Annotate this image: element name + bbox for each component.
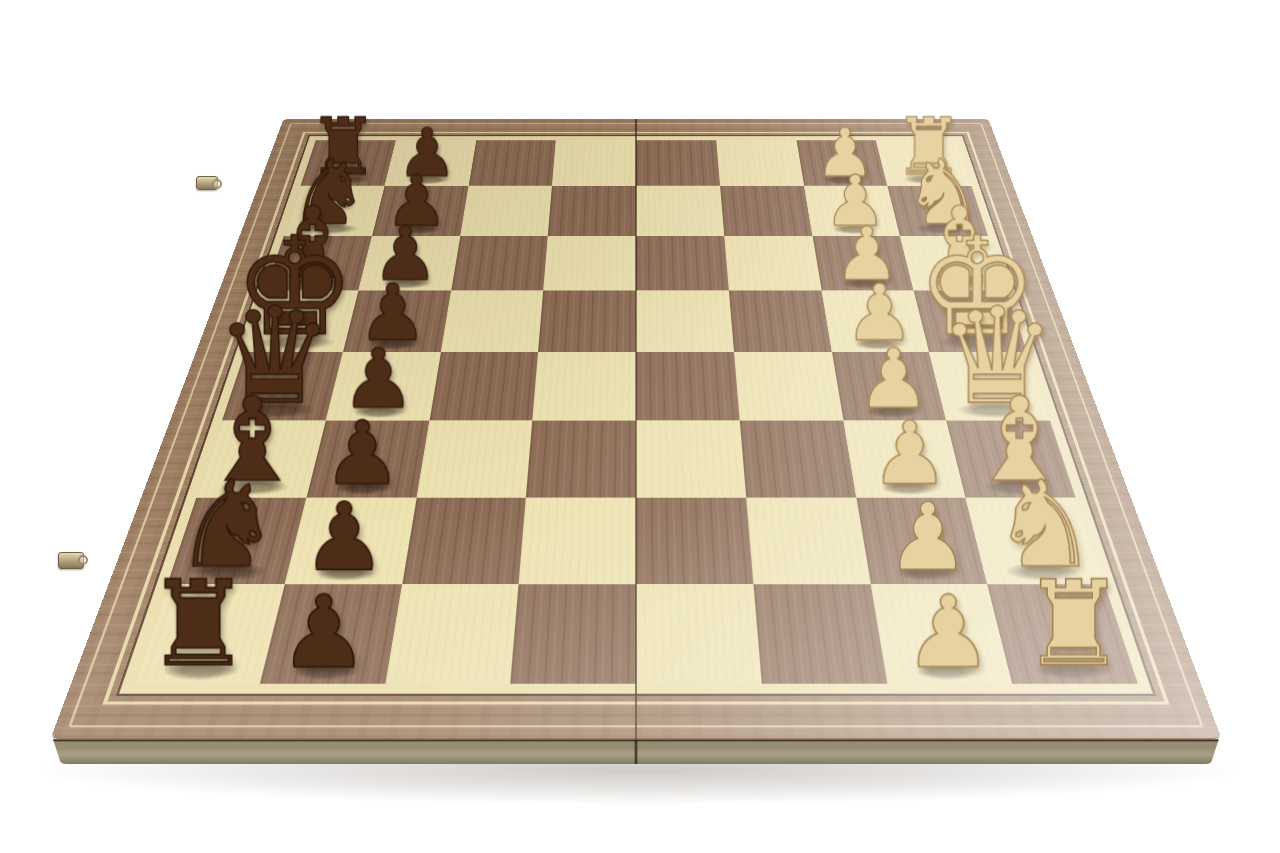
latch-hardware-top xyxy=(196,176,218,190)
square-f3[interactable] xyxy=(724,236,821,291)
square-f6[interactable] xyxy=(451,236,548,291)
square-h6[interactable] xyxy=(468,140,556,185)
square-g4[interactable] xyxy=(636,186,724,236)
square-e3[interactable] xyxy=(729,291,832,352)
white-pawn-c2[interactable]: ♟ xyxy=(871,414,949,494)
latch-hardware-bottom xyxy=(58,552,84,569)
square-d4[interactable] xyxy=(636,352,739,420)
square-g5[interactable] xyxy=(548,186,636,236)
square-a3[interactable] xyxy=(753,584,887,683)
square-d5[interactable] xyxy=(533,352,636,420)
square-b3[interactable] xyxy=(746,497,870,584)
playing-field: ♜♟♟♜♞♟♟♞♝♟♟♝♚♟♟♚♛♟♟♛♝♟♟♝♞♟♟♞♜♟♟♜ xyxy=(116,135,1156,695)
white-rook-a1[interactable]: ♜ xyxy=(1021,571,1127,679)
square-a8[interactable]: ♜ xyxy=(134,584,284,683)
square-e4[interactable] xyxy=(636,291,734,352)
square-b7[interactable]: ♟ xyxy=(284,497,416,584)
black-pawn-a7[interactable]: ♟ xyxy=(278,588,368,680)
square-d6[interactable] xyxy=(429,352,538,420)
square-c5[interactable] xyxy=(526,420,636,497)
square-b4[interactable] xyxy=(636,497,753,584)
square-e6[interactable] xyxy=(441,291,544,352)
scene-background: ♜♟♟♜♞♟♟♞♝♟♟♝♚♟♟♚♛♟♟♛♝♟♟♝♞♟♟♞♜♟♟♜ xyxy=(0,0,1280,853)
chess-board: ♜♟♟♜♞♟♟♞♝♟♟♝♚♟♟♚♛♟♟♛♝♟♟♝♞♟♟♞♜♟♟♜ xyxy=(50,119,1221,739)
playing-grid: ♜♟♟♜♞♟♟♞♝♟♟♝♚♟♟♚♛♟♟♛♝♟♟♝♞♟♟♞♜♟♟♜ xyxy=(134,140,1138,684)
square-a7[interactable]: ♟ xyxy=(260,584,402,683)
board-frame: ♜♟♟♜♞♟♟♞♝♟♟♝♚♟♟♚♛♟♟♛♝♟♟♝♞♟♟♞♜♟♟♜ xyxy=(50,119,1221,739)
black-pawn-b7[interactable]: ♟ xyxy=(302,495,386,581)
square-a6[interactable] xyxy=(385,584,519,683)
black-pawn-c7[interactable]: ♟ xyxy=(323,414,401,494)
board-front-edge xyxy=(53,739,1219,764)
square-g3[interactable] xyxy=(720,186,812,236)
square-h4[interactable] xyxy=(636,140,720,185)
square-a5[interactable] xyxy=(511,584,636,683)
white-pawn-b2[interactable]: ♟ xyxy=(886,495,970,581)
white-pawn-a2[interactable]: ♟ xyxy=(904,588,994,680)
square-b6[interactable] xyxy=(402,497,526,584)
square-a1[interactable]: ♜ xyxy=(988,584,1138,683)
square-c4[interactable] xyxy=(636,420,746,497)
square-a2[interactable]: ♟ xyxy=(870,584,1012,683)
square-c3[interactable] xyxy=(739,420,855,497)
square-a4[interactable] xyxy=(636,584,761,683)
square-h5[interactable] xyxy=(552,140,636,185)
black-rook-a8[interactable]: ♜ xyxy=(145,571,251,679)
square-c6[interactable] xyxy=(416,420,532,497)
square-h3[interactable] xyxy=(716,140,804,185)
square-d3[interactable] xyxy=(734,352,843,420)
square-b2[interactable]: ♟ xyxy=(856,497,988,584)
square-f5[interactable] xyxy=(543,236,636,291)
square-g6[interactable] xyxy=(460,186,552,236)
square-e5[interactable] xyxy=(538,291,636,352)
square-b5[interactable] xyxy=(519,497,636,584)
square-f4[interactable] xyxy=(636,236,729,291)
board-perspective-stage: ♜♟♟♜♞♟♟♞♝♟♟♝♚♟♟♚♛♟♟♛♝♟♟♝♞♟♟♞♜♟♟♜ xyxy=(0,0,1280,853)
